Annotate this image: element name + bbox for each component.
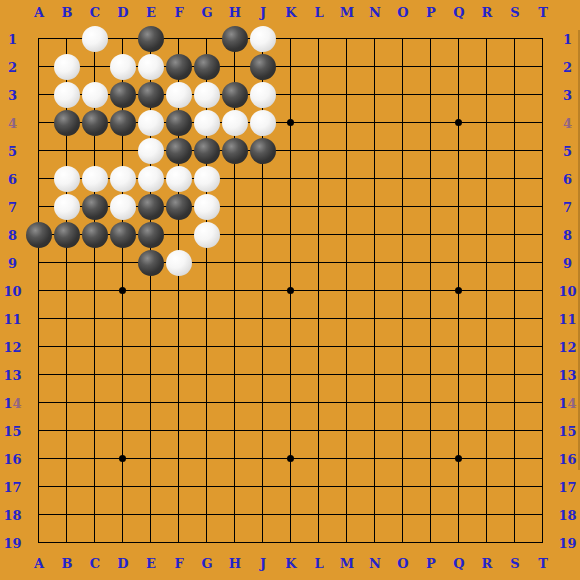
intersection[interactable]: [417, 165, 445, 193]
intersection[interactable]: [137, 249, 165, 277]
intersection[interactable]: [137, 333, 165, 361]
intersection[interactable]: [361, 53, 389, 81]
intersection[interactable]: [109, 221, 137, 249]
intersection[interactable]: [249, 25, 277, 53]
intersection[interactable]: [109, 305, 137, 333]
intersection[interactable]: [193, 193, 221, 221]
intersection[interactable]: [389, 361, 417, 389]
intersection[interactable]: [305, 25, 333, 53]
intersection[interactable]: [305, 249, 333, 277]
intersection[interactable]: [53, 25, 81, 53]
intersection[interactable]: [333, 445, 361, 473]
intersection[interactable]: [277, 361, 305, 389]
intersection[interactable]: [333, 501, 361, 529]
intersection[interactable]: [109, 193, 137, 221]
intersection[interactable]: [193, 529, 221, 557]
intersection[interactable]: [25, 53, 53, 81]
intersection[interactable]: [109, 361, 137, 389]
intersection[interactable]: [193, 473, 221, 501]
intersection[interactable]: [445, 529, 473, 557]
intersection[interactable]: [473, 389, 501, 417]
intersection[interactable]: [193, 165, 221, 193]
intersection[interactable]: [445, 249, 473, 277]
intersection[interactable]: [333, 389, 361, 417]
intersection[interactable]: [221, 109, 249, 137]
intersection[interactable]: [333, 193, 361, 221]
intersection[interactable]: [529, 473, 557, 501]
intersection[interactable]: [389, 305, 417, 333]
intersection[interactable]: [361, 25, 389, 53]
intersection[interactable]: [473, 137, 501, 165]
intersection[interactable]: [305, 137, 333, 165]
intersection[interactable]: [277, 501, 305, 529]
intersection[interactable]: [389, 109, 417, 137]
intersection[interactable]: [137, 193, 165, 221]
intersection[interactable]: [417, 249, 445, 277]
intersection[interactable]: [249, 193, 277, 221]
intersection[interactable]: [305, 529, 333, 557]
intersection[interactable]: [445, 305, 473, 333]
intersection[interactable]: [249, 529, 277, 557]
intersection[interactable]: [501, 221, 529, 249]
intersection[interactable]: [417, 445, 445, 473]
intersection[interactable]: [445, 137, 473, 165]
intersection[interactable]: [445, 389, 473, 417]
intersection[interactable]: [361, 333, 389, 361]
intersection[interactable]: [529, 501, 557, 529]
intersection[interactable]: [25, 81, 53, 109]
intersection[interactable]: [249, 417, 277, 445]
intersection[interactable]: [333, 277, 361, 305]
intersection[interactable]: [445, 277, 473, 305]
intersection[interactable]: [109, 137, 137, 165]
intersection[interactable]: [25, 305, 53, 333]
intersection[interactable]: [529, 193, 557, 221]
intersection[interactable]: [305, 305, 333, 333]
intersection[interactable]: [473, 249, 501, 277]
intersection[interactable]: [81, 277, 109, 305]
intersection[interactable]: [501, 305, 529, 333]
intersection[interactable]: [193, 221, 221, 249]
intersection[interactable]: [473, 445, 501, 473]
intersection[interactable]: [333, 221, 361, 249]
intersection[interactable]: [25, 249, 53, 277]
intersection[interactable]: [137, 109, 165, 137]
intersection[interactable]: [249, 53, 277, 81]
intersection[interactable]: [53, 445, 81, 473]
intersection[interactable]: [305, 109, 333, 137]
intersection[interactable]: [165, 473, 193, 501]
intersection[interactable]: [277, 277, 305, 305]
intersection[interactable]: [277, 417, 305, 445]
intersection[interactable]: [137, 529, 165, 557]
intersection[interactable]: [473, 25, 501, 53]
intersection[interactable]: [165, 277, 193, 305]
intersection[interactable]: [137, 53, 165, 81]
intersection[interactable]: [81, 249, 109, 277]
intersection[interactable]: [501, 473, 529, 501]
intersection[interactable]: [221, 81, 249, 109]
intersection[interactable]: [361, 137, 389, 165]
intersection[interactable]: [361, 529, 389, 557]
intersection[interactable]: [53, 53, 81, 81]
intersection[interactable]: [305, 389, 333, 417]
intersection[interactable]: [361, 165, 389, 193]
intersection[interactable]: [53, 221, 81, 249]
intersection[interactable]: [221, 445, 249, 473]
intersection[interactable]: [221, 529, 249, 557]
intersection[interactable]: [165, 221, 193, 249]
intersection[interactable]: [417, 361, 445, 389]
intersection[interactable]: [501, 165, 529, 193]
intersection[interactable]: [249, 501, 277, 529]
intersection[interactable]: [361, 109, 389, 137]
intersection[interactable]: [361, 305, 389, 333]
intersection[interactable]: [53, 361, 81, 389]
intersection[interactable]: [109, 53, 137, 81]
intersection[interactable]: [417, 529, 445, 557]
intersection[interactable]: [249, 473, 277, 501]
intersection[interactable]: [529, 221, 557, 249]
intersection[interactable]: [137, 389, 165, 417]
intersection[interactable]: [25, 193, 53, 221]
intersection[interactable]: [529, 361, 557, 389]
intersection[interactable]: [529, 165, 557, 193]
intersection[interactable]: [277, 221, 305, 249]
intersection[interactable]: [333, 109, 361, 137]
intersection[interactable]: [501, 81, 529, 109]
intersection[interactable]: [25, 221, 53, 249]
intersection[interactable]: [277, 445, 305, 473]
intersection[interactable]: [361, 221, 389, 249]
intersection[interactable]: [165, 305, 193, 333]
intersection[interactable]: [137, 305, 165, 333]
intersection[interactable]: [53, 333, 81, 361]
intersection[interactable]: [473, 333, 501, 361]
intersection[interactable]: [109, 473, 137, 501]
intersection[interactable]: [53, 165, 81, 193]
intersection[interactable]: [277, 53, 305, 81]
intersection[interactable]: [361, 81, 389, 109]
intersection[interactable]: [249, 165, 277, 193]
intersection[interactable]: [249, 445, 277, 473]
intersection[interactable]: [529, 389, 557, 417]
intersection[interactable]: [389, 389, 417, 417]
intersection[interactable]: [137, 417, 165, 445]
intersection[interactable]: [81, 361, 109, 389]
intersection[interactable]: [25, 333, 53, 361]
intersection[interactable]: [81, 501, 109, 529]
intersection[interactable]: [249, 389, 277, 417]
intersection[interactable]: [249, 221, 277, 249]
intersection[interactable]: [361, 445, 389, 473]
intersection[interactable]: [501, 277, 529, 305]
intersection[interactable]: [501, 249, 529, 277]
intersection[interactable]: [361, 473, 389, 501]
intersection[interactable]: [417, 25, 445, 53]
intersection[interactable]: [445, 333, 473, 361]
intersection[interactable]: [333, 165, 361, 193]
intersection[interactable]: [221, 137, 249, 165]
intersection[interactable]: [473, 277, 501, 305]
intersection[interactable]: [389, 501, 417, 529]
intersection[interactable]: [221, 417, 249, 445]
intersection[interactable]: [305, 361, 333, 389]
intersection[interactable]: [109, 249, 137, 277]
intersection[interactable]: [193, 501, 221, 529]
intersection[interactable]: [445, 81, 473, 109]
intersection[interactable]: [165, 109, 193, 137]
intersection[interactable]: [193, 81, 221, 109]
intersection[interactable]: [277, 137, 305, 165]
intersection[interactable]: [81, 333, 109, 361]
intersection[interactable]: [193, 137, 221, 165]
intersection[interactable]: [361, 249, 389, 277]
intersection[interactable]: [137, 137, 165, 165]
intersection[interactable]: [165, 53, 193, 81]
intersection[interactable]: [137, 501, 165, 529]
intersection[interactable]: [221, 305, 249, 333]
intersection[interactable]: [249, 109, 277, 137]
intersection[interactable]: [109, 25, 137, 53]
intersection[interactable]: [333, 473, 361, 501]
intersection[interactable]: [53, 81, 81, 109]
intersection[interactable]: [445, 417, 473, 445]
intersection[interactable]: [389, 445, 417, 473]
intersection[interactable]: [445, 473, 473, 501]
intersection[interactable]: [193, 53, 221, 81]
intersection[interactable]: [529, 25, 557, 53]
intersection[interactable]: [305, 165, 333, 193]
intersection[interactable]: [81, 193, 109, 221]
intersection[interactable]: [53, 249, 81, 277]
intersection[interactable]: [361, 277, 389, 305]
intersection[interactable]: [53, 109, 81, 137]
intersection[interactable]: [165, 193, 193, 221]
intersection[interactable]: [473, 165, 501, 193]
intersection[interactable]: [305, 81, 333, 109]
intersection[interactable]: [221, 501, 249, 529]
intersection[interactable]: [109, 109, 137, 137]
intersection[interactable]: [193, 305, 221, 333]
intersection[interactable]: [417, 53, 445, 81]
intersection[interactable]: [333, 305, 361, 333]
intersection[interactable]: [473, 473, 501, 501]
intersection[interactable]: [389, 277, 417, 305]
intersection[interactable]: [25, 529, 53, 557]
intersection[interactable]: [417, 473, 445, 501]
intersection[interactable]: [109, 417, 137, 445]
intersection[interactable]: [445, 221, 473, 249]
intersection[interactable]: [529, 417, 557, 445]
intersection[interactable]: [81, 137, 109, 165]
intersection[interactable]: [529, 277, 557, 305]
intersection[interactable]: [249, 81, 277, 109]
intersection[interactable]: [501, 53, 529, 81]
intersection[interactable]: [81, 529, 109, 557]
intersection[interactable]: [417, 501, 445, 529]
intersection[interactable]: [193, 333, 221, 361]
intersection[interactable]: [25, 277, 53, 305]
intersection[interactable]: [109, 333, 137, 361]
intersection[interactable]: [25, 501, 53, 529]
intersection[interactable]: [333, 53, 361, 81]
intersection[interactable]: [53, 389, 81, 417]
intersection[interactable]: [81, 417, 109, 445]
intersection[interactable]: [109, 277, 137, 305]
intersection[interactable]: [81, 445, 109, 473]
intersection[interactable]: [277, 389, 305, 417]
intersection[interactable]: [109, 389, 137, 417]
intersection[interactable]: [473, 53, 501, 81]
intersection[interactable]: [445, 25, 473, 53]
intersection[interactable]: [473, 109, 501, 137]
intersection[interactable]: [501, 25, 529, 53]
intersection[interactable]: [361, 361, 389, 389]
intersection[interactable]: [221, 473, 249, 501]
intersection[interactable]: [221, 361, 249, 389]
intersection[interactable]: [193, 277, 221, 305]
intersection[interactable]: [221, 221, 249, 249]
intersection[interactable]: [25, 473, 53, 501]
intersection[interactable]: [81, 165, 109, 193]
intersection[interactable]: [53, 137, 81, 165]
intersection[interactable]: [137, 165, 165, 193]
intersection[interactable]: [417, 81, 445, 109]
intersection[interactable]: [473, 529, 501, 557]
intersection[interactable]: [109, 81, 137, 109]
intersection[interactable]: [221, 249, 249, 277]
intersection[interactable]: [249, 305, 277, 333]
intersection[interactable]: [501, 445, 529, 473]
intersection[interactable]: [109, 445, 137, 473]
intersection[interactable]: [501, 137, 529, 165]
intersection[interactable]: [333, 137, 361, 165]
intersection[interactable]: [165, 529, 193, 557]
intersection[interactable]: [529, 53, 557, 81]
intersection[interactable]: [25, 165, 53, 193]
intersection[interactable]: [305, 445, 333, 473]
intersection[interactable]: [81, 25, 109, 53]
intersection[interactable]: [389, 249, 417, 277]
intersection[interactable]: [473, 305, 501, 333]
intersection[interactable]: [389, 137, 417, 165]
intersection[interactable]: [277, 529, 305, 557]
intersection[interactable]: [501, 333, 529, 361]
intersection[interactable]: [81, 305, 109, 333]
intersection[interactable]: [501, 417, 529, 445]
intersection[interactable]: [305, 221, 333, 249]
intersection[interactable]: [417, 193, 445, 221]
intersection[interactable]: [53, 305, 81, 333]
intersection[interactable]: [53, 501, 81, 529]
intersection[interactable]: [389, 221, 417, 249]
intersection[interactable]: [305, 277, 333, 305]
intersection[interactable]: [53, 473, 81, 501]
intersection[interactable]: [333, 249, 361, 277]
intersection[interactable]: [305, 417, 333, 445]
intersection[interactable]: [445, 445, 473, 473]
intersection[interactable]: [529, 249, 557, 277]
intersection[interactable]: [417, 221, 445, 249]
intersection[interactable]: [137, 221, 165, 249]
intersection[interactable]: [445, 501, 473, 529]
intersection[interactable]: [389, 81, 417, 109]
intersection[interactable]: [25, 25, 53, 53]
intersection[interactable]: [333, 529, 361, 557]
intersection[interactable]: [25, 109, 53, 137]
intersection[interactable]: [249, 333, 277, 361]
intersection[interactable]: [529, 529, 557, 557]
intersection[interactable]: [249, 277, 277, 305]
intersection[interactable]: [445, 53, 473, 81]
intersection[interactable]: [333, 417, 361, 445]
intersection[interactable]: [165, 389, 193, 417]
intersection[interactable]: [417, 277, 445, 305]
intersection[interactable]: [81, 221, 109, 249]
intersection[interactable]: [445, 193, 473, 221]
intersection[interactable]: [109, 165, 137, 193]
intersection[interactable]: [389, 25, 417, 53]
intersection[interactable]: [53, 417, 81, 445]
intersection[interactable]: [277, 333, 305, 361]
intersection[interactable]: [333, 25, 361, 53]
intersection[interactable]: [221, 333, 249, 361]
intersection[interactable]: [137, 473, 165, 501]
intersection[interactable]: [277, 305, 305, 333]
intersection[interactable]: [165, 501, 193, 529]
intersection[interactable]: [277, 473, 305, 501]
intersection[interactable]: [137, 361, 165, 389]
intersection[interactable]: [25, 417, 53, 445]
intersection[interactable]: [277, 81, 305, 109]
intersection[interactable]: [221, 277, 249, 305]
intersection[interactable]: [109, 529, 137, 557]
intersection[interactable]: [445, 165, 473, 193]
intersection[interactable]: [277, 165, 305, 193]
intersection[interactable]: [417, 137, 445, 165]
intersection[interactable]: [277, 249, 305, 277]
intersection[interactable]: [165, 137, 193, 165]
intersection[interactable]: [389, 417, 417, 445]
intersection[interactable]: [361, 417, 389, 445]
intersection[interactable]: [221, 25, 249, 53]
intersection[interactable]: [361, 193, 389, 221]
intersection[interactable]: [305, 193, 333, 221]
intersection[interactable]: [249, 361, 277, 389]
intersection[interactable]: [501, 389, 529, 417]
intersection[interactable]: [165, 81, 193, 109]
intersection[interactable]: [25, 137, 53, 165]
intersection[interactable]: [193, 25, 221, 53]
intersection[interactable]: [25, 361, 53, 389]
intersection[interactable]: [417, 333, 445, 361]
intersection[interactable]: [305, 53, 333, 81]
intersection[interactable]: [333, 81, 361, 109]
intersection[interactable]: [193, 361, 221, 389]
intersection[interactable]: [529, 81, 557, 109]
intersection[interactable]: [165, 361, 193, 389]
intersection[interactable]: [529, 333, 557, 361]
intersection[interactable]: [529, 445, 557, 473]
intersection[interactable]: [305, 333, 333, 361]
intersection[interactable]: [249, 249, 277, 277]
intersection[interactable]: [165, 417, 193, 445]
intersection[interactable]: [529, 305, 557, 333]
intersection[interactable]: [529, 137, 557, 165]
intersection[interactable]: [501, 109, 529, 137]
intersection[interactable]: [221, 193, 249, 221]
